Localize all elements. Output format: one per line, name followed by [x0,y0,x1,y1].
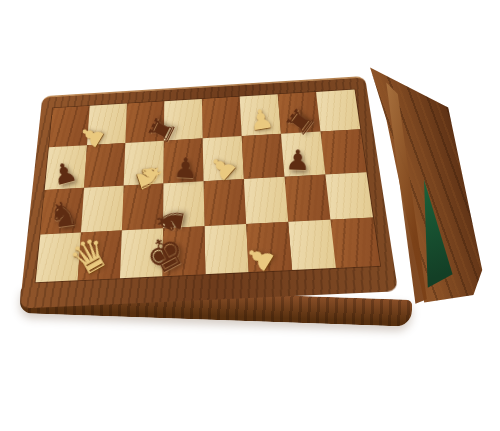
board-square[interactable] [330,217,380,268]
board-square[interactable]: ♟ [87,104,127,146]
chess-board-half: ♟♜♟♜♟♞♟♟♟♞♞♛♚♟ [20,76,399,308]
board-square[interactable]: ♞ [40,187,84,234]
board-square[interactable]: ♟ [240,94,281,136]
board-square[interactable] [242,134,285,179]
board-square[interactable]: ♟ [281,132,325,177]
board-square[interactable] [321,129,367,174]
folding-chess-set-photo: ♟♜♟♜♟♞♟♟♟♞♞♛♚♟ [0,0,500,431]
board-square[interactable] [81,185,124,232]
board-square[interactable]: ♛ [78,230,122,280]
board-square[interactable]: ♟ [246,222,292,273]
dark-knight[interactable]: ♞ [46,196,81,234]
dark-king[interactable]: ♚ [139,226,193,282]
light-pawn[interactable]: ♟ [247,105,275,135]
board-square[interactable]: ♟ [45,145,87,189]
board-square[interactable]: ♟ [203,136,244,181]
board-square[interactable]: ♜ [164,99,203,141]
board-perspective-wrap: ♟♜♟♜♟♞♟♟♟♞♞♛♚♟ [16,52,396,300]
board-square[interactable]: ♚ [163,226,206,276]
dark-pawn[interactable]: ♟ [285,146,311,175]
board-square[interactable]: ♜ [278,92,321,134]
board-square[interactable] [204,179,247,226]
dark-pawn[interactable]: ♟ [172,154,198,183]
board-square[interactable] [202,97,242,139]
board-square[interactable] [316,90,360,132]
board-grid: ♟♜♟♜♟♞♟♟♟♞♞♛♚♟ [36,90,380,283]
dark-pawn[interactable]: ♟ [49,157,80,190]
board-square[interactable] [244,176,288,223]
board-square[interactable] [284,174,330,221]
board-square[interactable] [84,143,125,187]
board-square[interactable]: ♞ [124,141,164,185]
board-square[interactable] [325,172,373,220]
board-square[interactable]: ♞ [163,181,204,228]
board-square[interactable] [288,219,336,270]
